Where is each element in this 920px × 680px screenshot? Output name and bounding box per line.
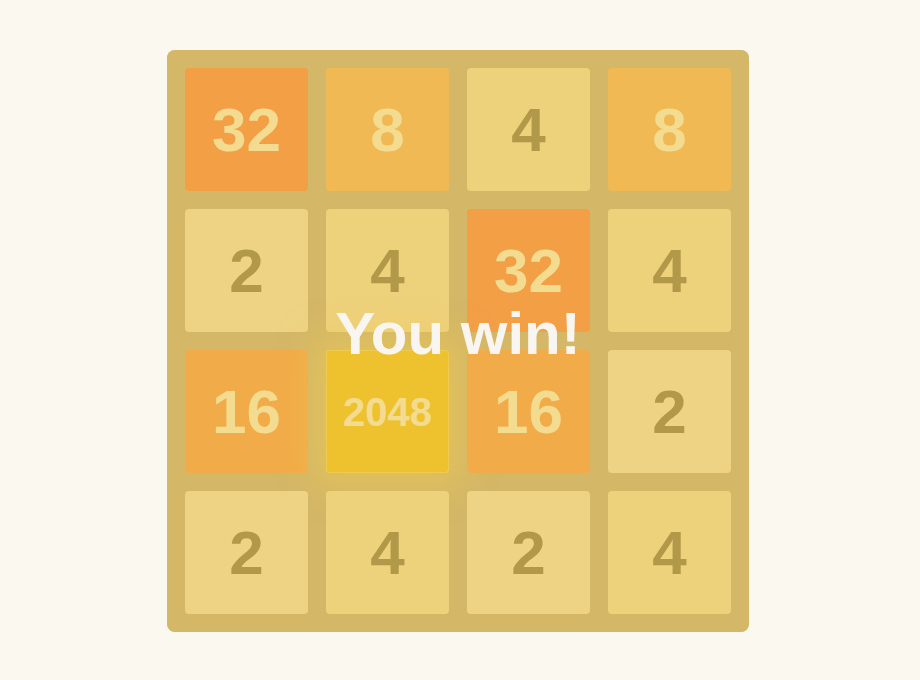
win-overlay: You win!	[167, 50, 749, 632]
game-board: 32 8 4 8 2 4 32 4 16 2048 16 2 2 4 2 4 Y…	[167, 50, 749, 632]
you-win-message: You win!	[335, 299, 581, 368]
